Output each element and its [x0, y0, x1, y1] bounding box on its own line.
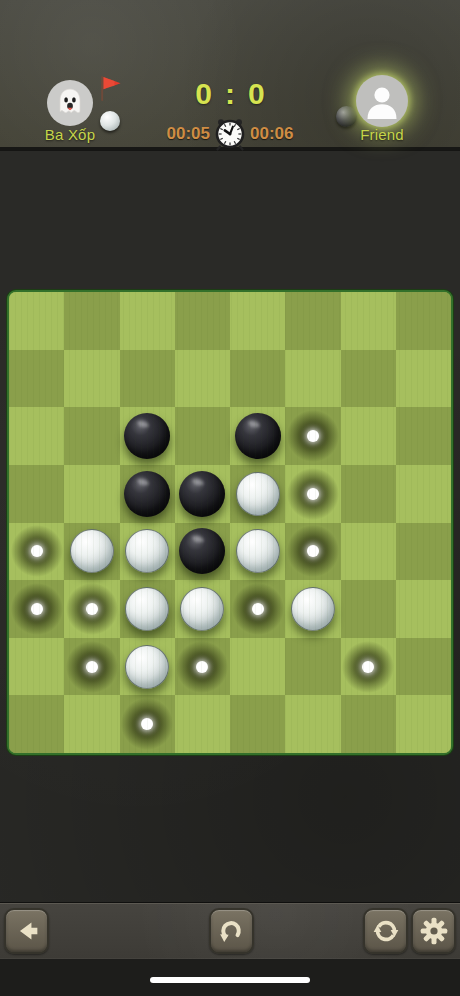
cell-r2c7[interactable]	[396, 407, 451, 465]
cell-r4c1[interactable]	[64, 523, 119, 581]
left-player-name: Ba Xốp	[18, 126, 122, 143]
cell-r6c4[interactable]	[230, 638, 285, 696]
cell-r5c3[interactable]	[175, 580, 230, 638]
score-display: 0 : 0	[165, 76, 295, 112]
cell-r6c1[interactable]	[64, 638, 119, 696]
smoke-dot-marker	[286, 524, 340, 578]
cell-r5c7[interactable]	[396, 580, 451, 638]
home-indicator[interactable]	[150, 977, 310, 983]
cell-r1c7[interactable]	[396, 350, 451, 408]
smoke-dot-marker	[65, 582, 119, 636]
score-right: 0	[248, 77, 265, 111]
cell-r7c5[interactable]	[285, 695, 340, 753]
white-stone	[70, 529, 114, 573]
left-player-timer: 00:05	[148, 124, 210, 144]
cell-r4c2[interactable]	[120, 523, 175, 581]
marker-dot	[141, 718, 153, 730]
cell-r2c1[interactable]	[64, 407, 119, 465]
cell-r0c4[interactable]	[230, 292, 285, 350]
score-left: 0	[195, 77, 212, 111]
cell-r5c6[interactable]	[341, 580, 396, 638]
cell-r3c6[interactable]	[341, 465, 396, 523]
white-stone	[236, 472, 280, 516]
white-stone	[125, 529, 169, 573]
settings-button[interactable]	[411, 908, 456, 954]
cell-r6c5[interactable]	[285, 638, 340, 696]
black-stone	[179, 471, 225, 517]
cell-r1c3[interactable]	[175, 350, 230, 408]
smoke-dot-marker	[10, 524, 64, 578]
smoke-dot-marker	[175, 640, 229, 694]
cell-r2c3[interactable]	[175, 407, 230, 465]
cell-r6c3[interactable]	[175, 638, 230, 696]
left-player-avatar	[47, 80, 93, 126]
smoke-dot-marker	[286, 467, 340, 521]
cell-r6c7[interactable]	[396, 638, 451, 696]
cell-r0c0[interactable]	[9, 292, 64, 350]
cell-r6c6[interactable]	[341, 638, 396, 696]
cell-r4c0[interactable]	[9, 523, 64, 581]
cell-r7c2[interactable]	[120, 695, 175, 753]
cell-r3c2[interactable]	[120, 465, 175, 523]
smoke-dot-marker	[286, 409, 340, 463]
right-player-name: Friend	[330, 126, 434, 143]
cell-r4c7[interactable]	[396, 523, 451, 581]
cell-r0c5[interactable]	[285, 292, 340, 350]
score-separator: :	[225, 77, 235, 111]
cell-r0c2[interactable]	[120, 292, 175, 350]
marker-dot	[307, 430, 319, 442]
cell-r7c6[interactable]	[341, 695, 396, 753]
cell-r3c7[interactable]	[396, 465, 451, 523]
clock-icon	[213, 117, 247, 151]
right-player-timer: 00:06	[250, 124, 312, 144]
marker-dot	[86, 661, 98, 673]
black-stone	[124, 471, 170, 517]
cell-r5c0[interactable]	[9, 580, 64, 638]
cell-r7c7[interactable]	[396, 695, 451, 753]
smoke-dot-marker	[120, 697, 174, 751]
cell-r1c0[interactable]	[9, 350, 64, 408]
cell-r4c3[interactable]	[175, 523, 230, 581]
marker-dot	[252, 603, 264, 615]
cell-r1c2[interactable]	[120, 350, 175, 408]
cell-r1c5[interactable]	[285, 350, 340, 408]
red-flag-icon	[97, 74, 123, 104]
white-stone	[125, 587, 169, 631]
cell-r2c4[interactable]	[230, 407, 285, 465]
cell-r5c2[interactable]	[120, 580, 175, 638]
cell-r7c0[interactable]	[9, 695, 64, 753]
cell-r7c1[interactable]	[64, 695, 119, 753]
cell-r3c5[interactable]	[285, 465, 340, 523]
marker-dot	[196, 661, 208, 673]
cell-r1c6[interactable]	[341, 350, 396, 408]
cell-r5c5[interactable]	[285, 580, 340, 638]
cell-r2c6[interactable]	[341, 407, 396, 465]
cell-r3c3[interactable]	[175, 465, 230, 523]
refresh-icon	[369, 914, 403, 948]
black-stone	[235, 413, 281, 459]
cell-r0c7[interactable]	[396, 292, 451, 350]
cell-r5c1[interactable]	[64, 580, 119, 638]
settings-gear-icon	[416, 913, 452, 949]
match-header: Ba Xốp 0 : 0 00:05	[0, 0, 460, 150]
marker-dot	[86, 603, 98, 615]
back-button[interactable]	[4, 908, 49, 954]
white-stone	[125, 645, 169, 689]
cell-r4c5[interactable]	[285, 523, 340, 581]
cell-r7c4[interactable]	[230, 695, 285, 753]
person-avatar-icon	[359, 78, 405, 124]
right-player-stone-black	[336, 106, 357, 127]
right-player-avatar	[356, 75, 408, 127]
cell-r1c4[interactable]	[230, 350, 285, 408]
ghost-avatar-icon	[50, 83, 90, 123]
smoke-dot-marker	[10, 582, 64, 636]
cell-r3c1[interactable]	[64, 465, 119, 523]
cell-r6c0[interactable]	[9, 638, 64, 696]
black-stone	[124, 413, 170, 459]
cell-r3c4[interactable]	[230, 465, 285, 523]
marker-dot	[307, 545, 319, 557]
board	[7, 290, 453, 755]
cell-r4c6[interactable]	[341, 523, 396, 581]
smoke-dot-marker	[65, 640, 119, 694]
marker-dot	[307, 488, 319, 500]
cell-r4c4[interactable]	[230, 523, 285, 581]
cell-r2c5[interactable]	[285, 407, 340, 465]
cell-r0c3[interactable]	[175, 292, 230, 350]
cell-r5c4[interactable]	[230, 580, 285, 638]
white-stone	[180, 587, 224, 631]
smoke-dot-marker	[341, 640, 395, 694]
cell-r6c2[interactable]	[120, 638, 175, 696]
timers: 00:05	[148, 117, 312, 151]
cell-r2c2[interactable]	[120, 407, 175, 465]
cell-r3c0[interactable]	[9, 465, 64, 523]
cell-r1c1[interactable]	[64, 350, 119, 408]
black-stone	[179, 528, 225, 574]
game-screen: Ba Xốp 0 : 0 00:05	[0, 0, 460, 996]
cell-r0c6[interactable]	[341, 292, 396, 350]
undo-button[interactable]	[209, 908, 254, 954]
white-stone	[236, 529, 280, 573]
marker-dot	[31, 545, 43, 557]
back-arrow-icon	[10, 914, 44, 948]
marker-dot	[362, 661, 374, 673]
cell-r2c0[interactable]	[9, 407, 64, 465]
cell-r0c1[interactable]	[64, 292, 119, 350]
marker-dot	[31, 603, 43, 615]
smoke-dot-marker	[231, 582, 285, 636]
restart-button[interactable]	[363, 908, 408, 954]
cell-r7c3[interactable]	[175, 695, 230, 753]
undo-icon	[215, 914, 249, 948]
white-stone	[291, 587, 335, 631]
